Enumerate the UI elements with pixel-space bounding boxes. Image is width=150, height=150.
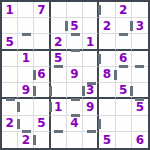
grid-cell-r8c4[interactable] [51,116,67,132]
grid-cell-r5c4[interactable] [51,67,67,83]
grid-cell-r9c9[interactable]: 6 [132,132,148,148]
grid-cell-r5c5[interactable]: 9 [67,67,83,83]
grid-cell-r2c1[interactable] [2,18,18,34]
grid-cell-r8c9[interactable] [132,116,148,132]
grid-cell-r8c8[interactable] [116,116,132,132]
sudoku-board: 172523521156698935195254256 [0,0,150,150]
grid-cell-r3c2[interactable] [18,34,34,50]
grid-cell-r9c4[interactable] [51,132,67,148]
grid-cell-r6c5[interactable] [67,83,83,99]
grid-cell-r2c8[interactable] [116,18,132,34]
grid-cell-r8c3[interactable]: 5 [34,116,50,132]
grid-cell-r4c6[interactable] [83,51,99,67]
grid-cell-r6c7[interactable] [99,83,115,99]
grid-cell-r1c1[interactable]: 1 [2,2,18,18]
grid-cell-r9c3[interactable] [34,132,50,148]
grid-cell-r5c9[interactable] [132,67,148,83]
grid-cell-r1c6[interactable] [83,2,99,18]
grid-cell-r4c5[interactable] [67,51,83,67]
grid-cell-r3c3[interactable] [34,34,50,50]
grid-cell-r7c8[interactable] [116,99,132,115]
grid-cell-r4c2[interactable]: 1 [18,51,34,67]
grid-cell-r5c7[interactable]: 8 [99,67,115,83]
grid-cell-r4c1[interactable] [2,51,18,67]
grid-cell-r9c6[interactable] [83,132,99,148]
grid-cell-r5c6[interactable] [83,67,99,83]
grid-cell-r5c3[interactable]: 6 [34,67,50,83]
grid-cell-r4c4[interactable]: 5 [51,51,67,67]
grid-cell-r8c2[interactable] [18,116,34,132]
grid-cell-r5c2[interactable] [18,67,34,83]
grid-cell-r1c5[interactable] [67,2,83,18]
grid-cell-r7c2[interactable] [18,99,34,115]
grid-cell-r4c3[interactable] [34,51,50,67]
consecutive-sudoku-puzzle: 172523521156698935195254256 [0,0,150,150]
grid-cell-r3c6[interactable]: 1 [83,34,99,50]
grid-cell-r7c7[interactable] [99,99,115,115]
grid-cell-r3c1[interactable]: 5 [2,34,18,50]
grid-cell-r5c1[interactable] [2,67,18,83]
grid-cell-r6c9[interactable] [132,83,148,99]
grid-cell-r1c8[interactable]: 2 [116,2,132,18]
grid-cell-r8c5[interactable]: 4 [67,116,83,132]
grid-cell-r7c9[interactable]: 5 [132,99,148,115]
grid-cell-r9c7[interactable]: 5 [99,132,115,148]
grid-cell-r3c4[interactable]: 2 [51,34,67,50]
grid-cell-r1c4[interactable] [51,2,67,18]
grid-cell-r3c8[interactable] [116,34,132,50]
grid-cell-r2c9[interactable]: 3 [132,18,148,34]
grid-cell-r8c6[interactable] [83,116,99,132]
grid-cell-r7c4[interactable]: 1 [51,99,67,115]
grid-cell-r3c7[interactable] [99,34,115,50]
grid-cell-r2c2[interactable] [18,18,34,34]
grid-cell-r6c8[interactable]: 5 [116,83,132,99]
grid-cell-r7c1[interactable] [2,99,18,115]
grid-cell-r2c3[interactable] [34,18,50,34]
grid-cell-r6c3[interactable] [34,83,50,99]
grid-cell-r9c1[interactable] [2,132,18,148]
grid-cell-r8c7[interactable] [99,116,115,132]
grid-cell-r7c5[interactable] [67,99,83,115]
grid-cell-r6c6[interactable]: 3 [83,83,99,99]
grid-cell-r2c4[interactable] [51,18,67,34]
grid-cell-r1c2[interactable] [18,2,34,18]
grid-cell-r9c8[interactable] [116,132,132,148]
grid-cell-r7c6[interactable]: 9 [83,99,99,115]
grid-cell-r1c3[interactable]: 7 [34,2,50,18]
grid-cell-r1c9[interactable] [132,2,148,18]
grid-cell-r4c7[interactable] [99,51,115,67]
grid-cell-r8c1[interactable]: 2 [2,116,18,132]
grid-cell-r6c4[interactable] [51,83,67,99]
grid-cell-r7c3[interactable] [34,99,50,115]
grid-cell-r3c5[interactable] [67,34,83,50]
grid-cell-r5c8[interactable] [116,67,132,83]
grid-cell-r2c6[interactable] [83,18,99,34]
grid-cell-r3c9[interactable] [132,34,148,50]
grid-cell-r4c9[interactable] [132,51,148,67]
grid-cell-r6c2[interactable]: 9 [18,83,34,99]
grid-cell-r2c5[interactable]: 5 [67,18,83,34]
grid-cell-r9c5[interactable] [67,132,83,148]
grid-cell-r1c7[interactable] [99,2,115,18]
grid-cell-r9c2[interactable]: 2 [18,132,34,148]
grid-cell-r6c1[interactable] [2,83,18,99]
grid-cell-r2c7[interactable]: 2 [99,18,115,34]
grid-cell-r4c8[interactable]: 6 [116,51,132,67]
